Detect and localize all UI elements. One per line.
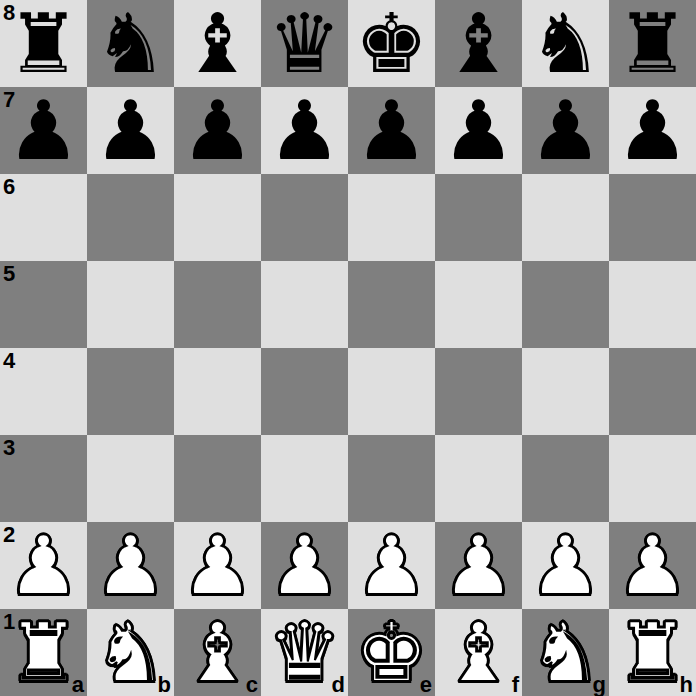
piece-white-pawn-b2[interactable]: ♟ — [87, 522, 174, 609]
square-f3[interactable] — [435, 435, 522, 522]
square-b2[interactable]: ♟ — [87, 522, 174, 609]
piece-black-king-e8[interactable]: ♚ — [348, 0, 435, 87]
square-b8[interactable]: ♞ — [87, 0, 174, 87]
piece-black-pawn-e7[interactable]: ♟ — [348, 87, 435, 174]
square-h1[interactable]: h♜ — [609, 609, 696, 696]
square-f1[interactable]: f♝ — [435, 609, 522, 696]
square-a1[interactable]: 1a♜ — [0, 609, 87, 696]
piece-white-pawn-h2[interactable]: ♟ — [609, 522, 696, 609]
piece-black-pawn-b7[interactable]: ♟ — [87, 87, 174, 174]
rank-label-7: 7 — [3, 89, 15, 111]
piece-black-pawn-h7[interactable]: ♟ — [609, 87, 696, 174]
square-c4[interactable] — [174, 348, 261, 435]
square-h7[interactable]: ♟ — [609, 87, 696, 174]
square-c1[interactable]: c♝ — [174, 609, 261, 696]
square-a8[interactable]: 8♜ — [0, 0, 87, 87]
rank-label-2: 2 — [3, 524, 15, 546]
square-g7[interactable]: ♟ — [522, 87, 609, 174]
square-h2[interactable]: ♟ — [609, 522, 696, 609]
rank-label-8: 8 — [3, 2, 15, 24]
file-label-a: a — [72, 674, 84, 696]
file-label-e: e — [420, 674, 432, 696]
file-label-h: h — [680, 674, 693, 696]
square-h5[interactable] — [609, 261, 696, 348]
square-g3[interactable] — [522, 435, 609, 522]
piece-black-pawn-d7[interactable]: ♟ — [261, 87, 348, 174]
square-a6[interactable]: 6 — [0, 174, 87, 261]
square-b3[interactable] — [87, 435, 174, 522]
square-a3[interactable]: 3 — [0, 435, 87, 522]
file-label-b: b — [158, 674, 171, 696]
square-e7[interactable]: ♟ — [348, 87, 435, 174]
square-h3[interactable] — [609, 435, 696, 522]
piece-black-bishop-c8[interactable]: ♝ — [174, 0, 261, 87]
chess-board: 8♜♞♝♛♚♝♞♜7♟♟♟♟♟♟♟♟65432♟♟♟♟♟♟♟♟1a♜b♞c♝d♛… — [0, 0, 696, 696]
file-label-f: f — [512, 674, 519, 696]
square-e2[interactable]: ♟ — [348, 522, 435, 609]
square-g5[interactable] — [522, 261, 609, 348]
piece-black-pawn-g7[interactable]: ♟ — [522, 87, 609, 174]
file-label-g: g — [593, 674, 606, 696]
rank-label-4: 4 — [3, 350, 15, 372]
square-g4[interactable] — [522, 348, 609, 435]
square-e1[interactable]: e♚ — [348, 609, 435, 696]
square-h6[interactable] — [609, 174, 696, 261]
square-g2[interactable]: ♟ — [522, 522, 609, 609]
rank-label-3: 3 — [3, 437, 15, 459]
square-h4[interactable] — [609, 348, 696, 435]
piece-black-knight-g8[interactable]: ♞ — [522, 0, 609, 87]
square-b7[interactable]: ♟ — [87, 87, 174, 174]
rank-label-1: 1 — [3, 611, 15, 633]
piece-black-rook-h8[interactable]: ♜ — [609, 0, 696, 87]
square-a5[interactable]: 5 — [0, 261, 87, 348]
square-d2[interactable]: ♟ — [261, 522, 348, 609]
square-c7[interactable]: ♟ — [174, 87, 261, 174]
square-g8[interactable]: ♞ — [522, 0, 609, 87]
square-f6[interactable] — [435, 174, 522, 261]
rank-label-5: 5 — [3, 263, 15, 285]
file-label-c: c — [246, 674, 258, 696]
square-f5[interactable] — [435, 261, 522, 348]
square-b1[interactable]: b♞ — [87, 609, 174, 696]
square-e4[interactable] — [348, 348, 435, 435]
piece-white-pawn-e2[interactable]: ♟ — [348, 522, 435, 609]
square-b5[interactable] — [87, 261, 174, 348]
piece-white-pawn-g2[interactable]: ♟ — [522, 522, 609, 609]
piece-white-pawn-f2[interactable]: ♟ — [435, 522, 522, 609]
square-e6[interactable] — [348, 174, 435, 261]
piece-black-pawn-c7[interactable]: ♟ — [174, 87, 261, 174]
square-g6[interactable] — [522, 174, 609, 261]
square-e3[interactable] — [348, 435, 435, 522]
square-c2[interactable]: ♟ — [174, 522, 261, 609]
square-c5[interactable] — [174, 261, 261, 348]
square-d8[interactable]: ♛ — [261, 0, 348, 87]
piece-white-pawn-c2[interactable]: ♟ — [174, 522, 261, 609]
square-e8[interactable]: ♚ — [348, 0, 435, 87]
piece-white-pawn-d2[interactable]: ♟ — [261, 522, 348, 609]
square-f8[interactable]: ♝ — [435, 0, 522, 87]
square-d1[interactable]: d♛ — [261, 609, 348, 696]
square-a4[interactable]: 4 — [0, 348, 87, 435]
square-g1[interactable]: g♞ — [522, 609, 609, 696]
square-c8[interactable]: ♝ — [174, 0, 261, 87]
square-h8[interactable]: ♜ — [609, 0, 696, 87]
square-d4[interactable] — [261, 348, 348, 435]
piece-black-bishop-f8[interactable]: ♝ — [435, 0, 522, 87]
square-f4[interactable] — [435, 348, 522, 435]
square-f2[interactable]: ♟ — [435, 522, 522, 609]
square-e5[interactable] — [348, 261, 435, 348]
square-d5[interactable] — [261, 261, 348, 348]
square-b4[interactable] — [87, 348, 174, 435]
file-label-d: d — [332, 674, 345, 696]
square-d6[interactable] — [261, 174, 348, 261]
square-b6[interactable] — [87, 174, 174, 261]
piece-black-knight-b8[interactable]: ♞ — [87, 0, 174, 87]
piece-black-queen-d8[interactable]: ♛ — [261, 0, 348, 87]
square-a2[interactable]: 2♟ — [0, 522, 87, 609]
square-d7[interactable]: ♟ — [261, 87, 348, 174]
square-d3[interactable] — [261, 435, 348, 522]
square-a7[interactable]: 7♟ — [0, 87, 87, 174]
piece-white-bishop-f1[interactable]: ♝ — [435, 609, 522, 696]
square-c6[interactable] — [174, 174, 261, 261]
square-c3[interactable] — [174, 435, 261, 522]
rank-label-6: 6 — [3, 176, 15, 198]
square-f7[interactable]: ♟ — [435, 87, 522, 174]
piece-black-pawn-f7[interactable]: ♟ — [435, 87, 522, 174]
